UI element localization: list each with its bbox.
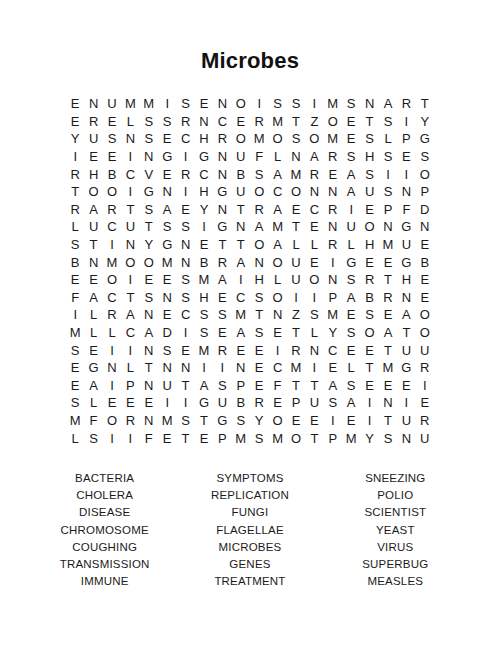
grid-cell: G xyxy=(397,359,415,377)
grid-cell: E xyxy=(84,148,102,166)
grid-cell: E xyxy=(305,253,323,271)
grid-cell: S xyxy=(324,394,342,412)
grid-cell: L xyxy=(103,324,121,342)
word-list: BACTERIACHOLERADISEASECHROMOSOMECOUGHING… xyxy=(32,469,468,590)
grid-cell: R xyxy=(305,165,323,183)
grid-cell: A xyxy=(305,148,323,166)
grid-cell: L xyxy=(84,394,102,412)
grid-cell: N xyxy=(84,253,102,271)
grid-cell: N xyxy=(232,218,250,236)
grid-cell: R xyxy=(103,306,121,324)
grid-cell: S xyxy=(176,218,194,236)
grid-cell: I xyxy=(158,95,176,113)
grid-cell: E xyxy=(195,236,213,254)
word-list-item: SYMPTOMS xyxy=(177,469,322,486)
grid-cell: E xyxy=(360,377,378,395)
grid-cell: N xyxy=(84,95,102,113)
grid-cell: E xyxy=(66,359,84,377)
grid-cell: S xyxy=(158,113,176,131)
grid-cell: R xyxy=(213,253,231,271)
grid-cell: C xyxy=(103,289,121,307)
grid-cell: N xyxy=(268,306,286,324)
grid-cell: G xyxy=(195,148,213,166)
grid-cell: O xyxy=(416,165,434,183)
grid-cell: T xyxy=(232,236,250,254)
grid-cell: R xyxy=(397,95,415,113)
grid-cell: O xyxy=(287,183,305,201)
grid-cell: I xyxy=(305,95,323,113)
grid-cell: B xyxy=(195,253,213,271)
grid-cell: C xyxy=(103,218,121,236)
grid-cell: E xyxy=(397,377,415,395)
grid-cell: L xyxy=(342,236,360,254)
grid-cell: E xyxy=(232,341,250,359)
grid-cell: O xyxy=(360,218,378,236)
grid-cell: S xyxy=(416,148,434,166)
grid-cell: U xyxy=(397,341,415,359)
grid-cell: N xyxy=(324,218,342,236)
grid-cell: I xyxy=(416,377,434,395)
grid-cell: M xyxy=(324,130,342,148)
grid-cell: I xyxy=(195,218,213,236)
grid-cell: N xyxy=(158,183,176,201)
grid-cell: L xyxy=(268,271,286,289)
grid-cell: O xyxy=(103,271,121,289)
grid-cell: E xyxy=(195,429,213,447)
grid-cell: A xyxy=(268,236,286,254)
grid-cell: E xyxy=(103,113,121,131)
grid-cell: B xyxy=(103,165,121,183)
grid-cell: E xyxy=(158,130,176,148)
grid-cell: C xyxy=(176,306,194,324)
grid-cell: H xyxy=(195,183,213,201)
grid-cell: E xyxy=(158,429,176,447)
grid-cell: F xyxy=(84,412,102,430)
grid-cell: U xyxy=(342,218,360,236)
grid-cell: M xyxy=(379,359,397,377)
grid-cell: I xyxy=(158,394,176,412)
grid-cell: S xyxy=(250,429,268,447)
grid-cell: R xyxy=(176,165,194,183)
word-list-item: DISEASE xyxy=(32,504,177,521)
grid-cell: C xyxy=(324,341,342,359)
grid-cell: A xyxy=(342,183,360,201)
grid-cell: U xyxy=(305,394,323,412)
grid-cell: I xyxy=(103,429,121,447)
grid-cell: N xyxy=(232,359,250,377)
grid-cell: E xyxy=(379,306,397,324)
grid-cell: E xyxy=(140,394,158,412)
grid-cell: E xyxy=(379,253,397,271)
grid-cell: E xyxy=(250,341,268,359)
grid-cell: S xyxy=(379,429,397,447)
grid-cell: Y xyxy=(66,130,84,148)
grid-cell: M xyxy=(140,95,158,113)
grid-cell: N xyxy=(397,429,415,447)
grid-cell: S xyxy=(342,324,360,342)
puzzle-page: Microbes ENUMMISENOISSIMSNARTERELSSRNCER… xyxy=(0,0,500,647)
grid-cell: O xyxy=(140,253,158,271)
grid-cell: E xyxy=(158,271,176,289)
grid-cell: R xyxy=(213,130,231,148)
grid-cell: E xyxy=(66,271,84,289)
grid-cell: M xyxy=(103,253,121,271)
grid-cell: G xyxy=(140,183,158,201)
grid-cell: O xyxy=(250,236,268,254)
grid-cell: E xyxy=(176,341,194,359)
grid-cell: M xyxy=(379,236,397,254)
grid-cell: G xyxy=(213,412,231,430)
grid-cell: A xyxy=(158,201,176,219)
grid-cell: H xyxy=(360,148,378,166)
grid-cell: E xyxy=(416,394,434,412)
grid-cell: L xyxy=(379,130,397,148)
word-list-item: BACTERIA xyxy=(32,469,177,486)
grid-cell: T xyxy=(66,183,84,201)
grid-cell: S xyxy=(195,324,213,342)
grid-cell: C xyxy=(268,359,286,377)
grid-cell: E xyxy=(416,236,434,254)
grid-cell: R xyxy=(250,201,268,219)
grid-cell: N xyxy=(140,377,158,395)
grid-cell: O xyxy=(268,253,286,271)
grid-cell: N xyxy=(397,183,415,201)
grid-cell: M xyxy=(66,412,84,430)
grid-cell: A xyxy=(195,377,213,395)
grid-cell: M xyxy=(268,218,286,236)
grid-cell: F xyxy=(66,289,84,307)
grid-cell: M xyxy=(268,429,286,447)
grid-cell: S xyxy=(158,218,176,236)
grid-cell: T xyxy=(305,377,323,395)
grid-cell: T xyxy=(232,201,250,219)
grid-cell: S xyxy=(342,271,360,289)
grid-cell: H xyxy=(195,289,213,307)
grid-cell: E xyxy=(360,201,378,219)
grid-cell: N xyxy=(379,218,397,236)
grid-cell: E xyxy=(379,377,397,395)
grid-cell: I xyxy=(397,113,415,131)
grid-cell: G xyxy=(342,253,360,271)
grid-cell: R xyxy=(324,201,342,219)
grid-cell: I xyxy=(360,412,378,430)
grid-cell: I xyxy=(379,165,397,183)
grid-cell: I xyxy=(121,341,139,359)
grid-cell: N xyxy=(176,253,194,271)
grid-cell: P xyxy=(287,394,305,412)
grid-cell: I xyxy=(250,95,268,113)
grid-cell: I xyxy=(103,341,121,359)
grid-cell: C xyxy=(268,183,286,201)
grid-cell: B xyxy=(232,394,250,412)
word-list-item: TREATMENT xyxy=(177,573,322,590)
grid-cell: E xyxy=(121,394,139,412)
grid-cell: R xyxy=(416,412,434,430)
grid-cell: S xyxy=(379,113,397,131)
grid-cell: S xyxy=(140,130,158,148)
grid-cell: I xyxy=(397,394,415,412)
grid-cell: S xyxy=(84,429,102,447)
grid-cell: L xyxy=(66,218,84,236)
grid-cell: S xyxy=(195,306,213,324)
grid-cell: M xyxy=(158,412,176,430)
grid-cell: U xyxy=(84,130,102,148)
grid-cell: L xyxy=(84,324,102,342)
grid-cell: A xyxy=(342,394,360,412)
grid-cell: P xyxy=(324,289,342,307)
grid-cell: Y xyxy=(250,412,268,430)
grid-cell: A xyxy=(379,324,397,342)
grid-cell: F xyxy=(250,148,268,166)
grid-cell: R xyxy=(66,201,84,219)
grid-cell: E xyxy=(305,412,323,430)
grid-cell: T xyxy=(360,113,378,131)
grid-cell: T xyxy=(360,359,378,377)
grid-cell: N xyxy=(213,148,231,166)
grid-cell: A xyxy=(379,95,397,113)
grid-cell: C xyxy=(232,289,250,307)
grid-cell: U xyxy=(121,218,139,236)
word-list-item: SUPERBUG xyxy=(323,555,468,572)
grid-cell: A xyxy=(84,289,102,307)
grid-cell: H xyxy=(250,271,268,289)
grid-cell: E xyxy=(268,324,286,342)
grid-cell: S xyxy=(176,271,194,289)
grid-cell: S xyxy=(213,377,231,395)
grid-cell: I xyxy=(324,412,342,430)
grid-cell: P xyxy=(121,377,139,395)
grid-cell: D xyxy=(416,201,434,219)
grid-cell: C xyxy=(121,165,139,183)
grid-cell: I xyxy=(397,165,415,183)
word-list-column: SYMPTOMSREPLICATIONFUNGIFLAGELLAEMICROBE… xyxy=(177,469,322,590)
grid-cell: S xyxy=(342,377,360,395)
word-search-grid: ENUMMISENOISSIMSNARTERELSSRNCERMTZOETSIY… xyxy=(66,95,434,447)
grid-cell: C xyxy=(195,165,213,183)
grid-cell: O xyxy=(287,429,305,447)
grid-cell: T xyxy=(397,324,415,342)
grid-cell: U xyxy=(103,95,121,113)
grid-cell: I xyxy=(121,429,139,447)
word-list-item: POLIO xyxy=(323,486,468,503)
grid-cell: T xyxy=(140,359,158,377)
word-list-item: YEAST xyxy=(323,521,468,538)
grid-cell: T xyxy=(287,218,305,236)
grid-cell: G xyxy=(397,218,415,236)
grid-cell: E xyxy=(342,113,360,131)
grid-cell: S xyxy=(176,412,194,430)
grid-cell: T xyxy=(379,412,397,430)
grid-cell: R xyxy=(250,394,268,412)
grid-cell: N xyxy=(176,236,194,254)
grid-cell: S xyxy=(379,183,397,201)
grid-cell: A xyxy=(268,165,286,183)
grid-cell: E xyxy=(416,271,434,289)
grid-cell: T xyxy=(287,324,305,342)
grid-cell: S xyxy=(66,236,84,254)
grid-cell: A xyxy=(121,306,139,324)
grid-cell: I xyxy=(176,148,194,166)
grid-cell: N xyxy=(324,271,342,289)
grid-cell: M xyxy=(268,113,286,131)
word-list-item: VIRUS xyxy=(323,538,468,555)
grid-cell: U xyxy=(416,341,434,359)
grid-cell: B xyxy=(66,253,84,271)
grid-cell: M xyxy=(195,271,213,289)
grid-cell: R xyxy=(176,113,194,131)
grid-cell: S xyxy=(360,165,378,183)
grid-cell: H xyxy=(397,271,415,289)
grid-cell: Y xyxy=(140,236,158,254)
grid-cell: T xyxy=(379,341,397,359)
grid-cell: T xyxy=(121,289,139,307)
grid-cell: S xyxy=(287,95,305,113)
grid-cell: R xyxy=(66,165,84,183)
grid-cell: E xyxy=(213,289,231,307)
grid-cell: N xyxy=(287,148,305,166)
grid-cell: U xyxy=(232,148,250,166)
grid-cell: N xyxy=(158,289,176,307)
grid-cell: I xyxy=(121,148,139,166)
grid-cell: N xyxy=(103,359,121,377)
grid-cell: E xyxy=(342,341,360,359)
grid-cell: S xyxy=(232,412,250,430)
grid-cell: S xyxy=(66,394,84,412)
grid-cell: I xyxy=(287,289,305,307)
grid-cell: E xyxy=(84,341,102,359)
grid-cell: G xyxy=(213,183,231,201)
grid-cell: I xyxy=(324,253,342,271)
grid-cell: Z xyxy=(305,113,323,131)
grid-cell: U xyxy=(84,218,102,236)
grid-cell: P xyxy=(379,201,397,219)
grid-cell: E xyxy=(305,218,323,236)
grid-cell: M xyxy=(324,306,342,324)
grid-cell: M xyxy=(287,165,305,183)
word-list-item: FUNGI xyxy=(177,504,322,521)
grid-cell: T xyxy=(140,218,158,236)
grid-cell: N xyxy=(121,130,139,148)
grid-cell: E xyxy=(84,271,102,289)
grid-cell: O xyxy=(232,95,250,113)
grid-cell: P xyxy=(397,130,415,148)
grid-cell: T xyxy=(176,377,194,395)
grid-cell: E xyxy=(195,95,213,113)
grid-cell: T xyxy=(250,306,268,324)
grid-cell: E xyxy=(140,271,158,289)
grid-cell: S xyxy=(213,306,231,324)
grid-cell: V xyxy=(140,165,158,183)
grid-cell: N xyxy=(140,306,158,324)
grid-cell: G xyxy=(397,253,415,271)
grid-cell: U xyxy=(397,412,415,430)
grid-cell: A xyxy=(342,289,360,307)
grid-cell: E xyxy=(103,394,121,412)
grid-cell: S xyxy=(140,289,158,307)
word-list-column: BACTERIACHOLERADISEASECHROMOSOMECOUGHING… xyxy=(32,469,177,590)
grid-cell: I xyxy=(66,148,84,166)
grid-cell: S xyxy=(360,306,378,324)
grid-cell: Y xyxy=(416,113,434,131)
grid-cell: R xyxy=(250,113,268,131)
grid-cell: I xyxy=(103,236,121,254)
grid-cell: I xyxy=(176,324,194,342)
grid-cell: A xyxy=(232,253,250,271)
grid-cell: C xyxy=(176,130,194,148)
grid-cell: E xyxy=(324,359,342,377)
word-list-item: MEASLES xyxy=(323,573,468,590)
grid-cell: G xyxy=(213,218,231,236)
grid-cell: U xyxy=(416,429,434,447)
grid-cell: R xyxy=(360,271,378,289)
grid-cell: H xyxy=(195,130,213,148)
grid-cell: R xyxy=(379,289,397,307)
grid-cell: T xyxy=(213,236,231,254)
grid-cell: S xyxy=(287,130,305,148)
grid-cell: M xyxy=(250,130,268,148)
grid-cell: R xyxy=(84,113,102,131)
grid-cell: E xyxy=(360,341,378,359)
grid-cell: U xyxy=(158,377,176,395)
grid-cell: N xyxy=(176,359,194,377)
grid-cell: L xyxy=(268,148,286,166)
word-list-item: SCIENTIST xyxy=(323,504,468,521)
grid-cell: T xyxy=(176,429,194,447)
grid-cell: B xyxy=(416,253,434,271)
grid-cell: I xyxy=(342,201,360,219)
grid-cell: E xyxy=(287,412,305,430)
grid-cell: S xyxy=(250,324,268,342)
grid-cell: O xyxy=(268,289,286,307)
grid-cell: R xyxy=(324,148,342,166)
grid-cell: E xyxy=(416,289,434,307)
grid-cell: S xyxy=(140,201,158,219)
grid-cell: N xyxy=(379,394,397,412)
grid-cell: S xyxy=(176,95,194,113)
grid-cell: A xyxy=(232,324,250,342)
grid-cell: L xyxy=(121,113,139,131)
grid-cell: I xyxy=(213,359,231,377)
grid-cell: A xyxy=(397,306,415,324)
grid-cell: M xyxy=(232,306,250,324)
grid-cell: O xyxy=(268,130,286,148)
grid-cell: O xyxy=(305,271,323,289)
grid-cell: A xyxy=(213,271,231,289)
grid-cell: E xyxy=(158,165,176,183)
grid-cell: E xyxy=(232,113,250,131)
grid-cell: S xyxy=(342,95,360,113)
grid-cell: O xyxy=(416,324,434,342)
grid-cell: E xyxy=(342,412,360,430)
grid-cell: U xyxy=(287,271,305,289)
grid-cell: E xyxy=(250,377,268,395)
grid-cell: N xyxy=(213,95,231,113)
word-list-item: CHROMOSOME xyxy=(32,521,177,538)
grid-cell: G xyxy=(195,394,213,412)
grid-cell: O xyxy=(305,130,323,148)
grid-cell: E xyxy=(250,359,268,377)
grid-cell: I xyxy=(360,394,378,412)
grid-cell: O xyxy=(232,130,250,148)
word-list-item: TRANSMISSION xyxy=(32,555,177,572)
grid-cell: E xyxy=(342,306,360,324)
grid-cell: T xyxy=(84,236,102,254)
grid-cell: E xyxy=(268,394,286,412)
grid-cell: I xyxy=(305,289,323,307)
grid-cell: M xyxy=(287,359,305,377)
grid-cell: S xyxy=(66,341,84,359)
grid-cell: E xyxy=(213,324,231,342)
